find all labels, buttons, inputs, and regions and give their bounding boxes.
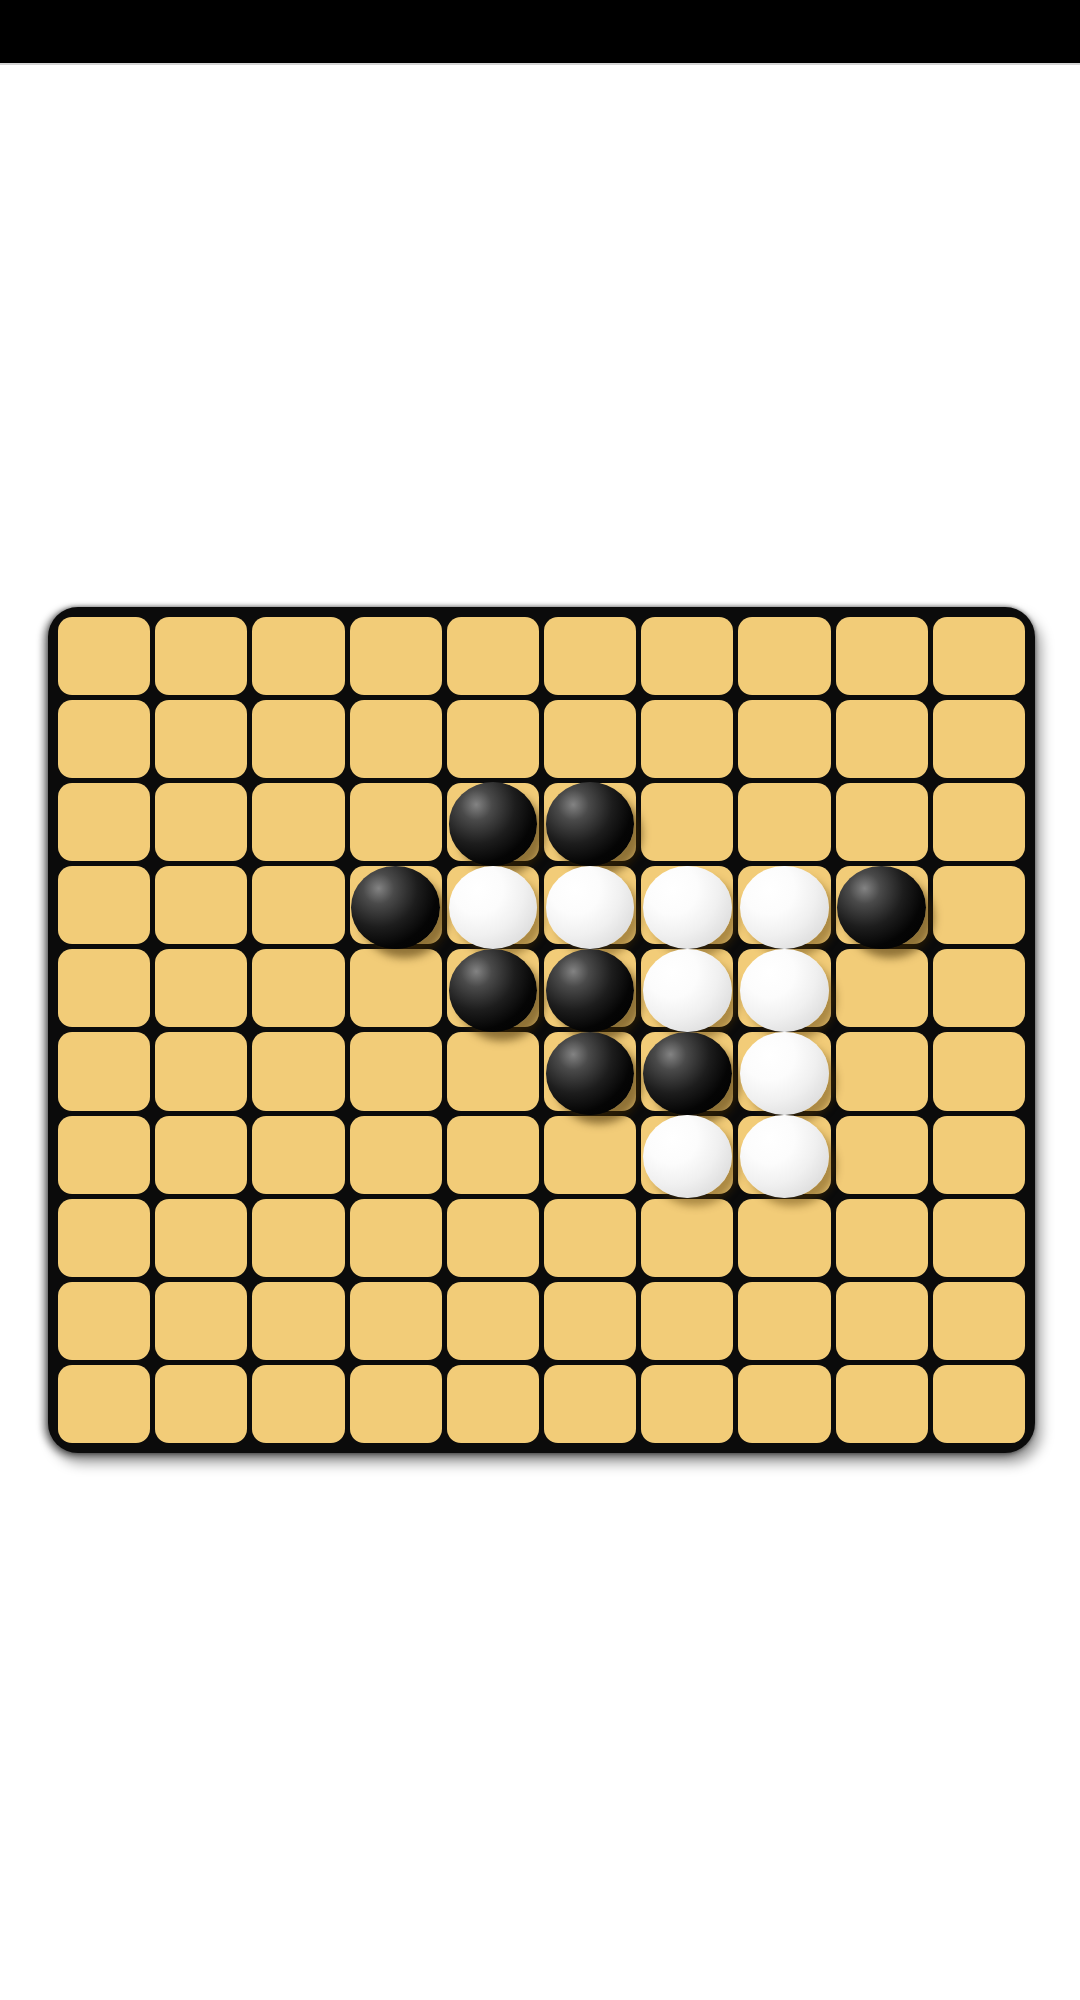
board-cell-c9[interactable] [252, 1282, 344, 1360]
board-cell-e7[interactable] [447, 1116, 539, 1194]
board-cell-c1[interactable] [252, 617, 344, 695]
board-cell-a3[interactable] [58, 783, 150, 861]
board-cell-e6[interactable] [447, 1032, 539, 1110]
status-bar [0, 0, 1080, 65]
board-cell-h1[interactable] [738, 617, 830, 695]
board-cell-c3[interactable] [252, 783, 344, 861]
board-cell-e8[interactable] [447, 1199, 539, 1277]
board-cell-a2[interactable] [58, 700, 150, 778]
white-disc-e4 [449, 866, 538, 950]
board-cell-d6[interactable] [350, 1032, 442, 1110]
board-cell-g6[interactable] [641, 1032, 733, 1110]
board-cell-d2[interactable] [350, 700, 442, 778]
white-disc-g5 [643, 949, 732, 1033]
board-cell-f9[interactable] [544, 1282, 636, 1360]
board-cell-d4[interactable] [350, 866, 442, 944]
board-cell-g7[interactable] [641, 1116, 733, 1194]
board-cell-i4[interactable] [836, 866, 928, 944]
white-disc-g7 [643, 1115, 732, 1199]
board-cell-b7[interactable] [155, 1116, 247, 1194]
board-cell-a5[interactable] [58, 949, 150, 1027]
board-cell-g3[interactable] [641, 783, 733, 861]
black-disc-e3 [449, 782, 538, 866]
board-cell-b2[interactable] [155, 700, 247, 778]
board-cell-f3[interactable] [544, 783, 636, 861]
board-cell-j2[interactable] [933, 700, 1025, 778]
board-cell-j4[interactable] [933, 866, 1025, 944]
board-cell-g1[interactable] [641, 617, 733, 695]
board-cell-f5[interactable] [544, 949, 636, 1027]
board-cell-i3[interactable] [836, 783, 928, 861]
board-cell-c8[interactable] [252, 1199, 344, 1277]
board-cell-i8[interactable] [836, 1199, 928, 1277]
board-cell-g10[interactable] [641, 1365, 733, 1443]
board-cell-j6[interactable] [933, 1032, 1025, 1110]
board-cell-f7[interactable] [544, 1116, 636, 1194]
board-cell-a6[interactable] [58, 1032, 150, 1110]
board-cell-a7[interactable] [58, 1116, 150, 1194]
board-cell-h5[interactable] [738, 949, 830, 1027]
board-cell-i6[interactable] [836, 1032, 928, 1110]
board-cell-i1[interactable] [836, 617, 928, 695]
board-cell-j9[interactable] [933, 1282, 1025, 1360]
board-cell-b8[interactable] [155, 1199, 247, 1277]
game-board [48, 607, 1035, 1453]
black-disc-e5 [449, 949, 538, 1033]
board-cell-g8[interactable] [641, 1199, 733, 1277]
board-cell-h2[interactable] [738, 700, 830, 778]
board-cell-h7[interactable] [738, 1116, 830, 1194]
board-cell-c5[interactable] [252, 949, 344, 1027]
board-cell-j7[interactable] [933, 1116, 1025, 1194]
board-cell-f6[interactable] [544, 1032, 636, 1110]
board-cell-e5[interactable] [447, 949, 539, 1027]
board-cell-j1[interactable] [933, 617, 1025, 695]
board-cell-d3[interactable] [350, 783, 442, 861]
board-cell-b6[interactable] [155, 1032, 247, 1110]
board-grid [58, 617, 1025, 1443]
black-disc-g6 [643, 1032, 732, 1116]
white-disc-h4 [740, 866, 829, 950]
board-cell-a10[interactable] [58, 1365, 150, 1443]
board-cell-i5[interactable] [836, 949, 928, 1027]
white-disc-h5 [740, 949, 829, 1033]
board-cell-g5[interactable] [641, 949, 733, 1027]
board-cell-f1[interactable] [544, 617, 636, 695]
board-cell-e9[interactable] [447, 1282, 539, 1360]
board-cell-f2[interactable] [544, 700, 636, 778]
board-cell-g9[interactable] [641, 1282, 733, 1360]
board-cell-e1[interactable] [447, 617, 539, 695]
board-cell-d8[interactable] [350, 1199, 442, 1277]
white-disc-h7 [740, 1115, 829, 1199]
black-disc-f6 [546, 1032, 635, 1116]
board-cell-f10[interactable] [544, 1365, 636, 1443]
board-cell-b4[interactable] [155, 866, 247, 944]
board-cell-a9[interactable] [58, 1282, 150, 1360]
white-disc-f4 [546, 866, 635, 950]
board-cell-g4[interactable] [641, 866, 733, 944]
board-cell-b9[interactable] [155, 1282, 247, 1360]
board-cell-b5[interactable] [155, 949, 247, 1027]
black-disc-d4 [351, 866, 440, 950]
board-cell-h6[interactable] [738, 1032, 830, 1110]
board-cell-c7[interactable] [252, 1116, 344, 1194]
board-cell-b10[interactable] [155, 1365, 247, 1443]
board-cell-e2[interactable] [447, 700, 539, 778]
board-cell-j8[interactable] [933, 1199, 1025, 1277]
board-cell-c4[interactable] [252, 866, 344, 944]
board-cell-a1[interactable] [58, 617, 150, 695]
board-cell-b1[interactable] [155, 617, 247, 695]
board-cell-d10[interactable] [350, 1365, 442, 1443]
white-disc-h6 [740, 1032, 829, 1116]
board-cell-d5[interactable] [350, 949, 442, 1027]
board-cell-j10[interactable] [933, 1365, 1025, 1443]
black-disc-f5 [546, 949, 635, 1033]
board-cell-g2[interactable] [641, 700, 733, 778]
board-cell-e4[interactable] [447, 866, 539, 944]
board-cell-d1[interactable] [350, 617, 442, 695]
board-cell-a8[interactable] [58, 1199, 150, 1277]
black-disc-f3 [546, 782, 635, 866]
board-cell-h4[interactable] [738, 866, 830, 944]
board-cell-i2[interactable] [836, 700, 928, 778]
board-cell-c2[interactable] [252, 700, 344, 778]
board-cell-h9[interactable] [738, 1282, 830, 1360]
board-cell-d7[interactable] [350, 1116, 442, 1194]
black-disc-i4 [837, 866, 926, 950]
board-cell-i10[interactable] [836, 1365, 928, 1443]
white-disc-g4 [643, 866, 732, 950]
board-cell-a4[interactable] [58, 866, 150, 944]
board-cell-j3[interactable] [933, 783, 1025, 861]
board-cell-e10[interactable] [447, 1365, 539, 1443]
board-cell-h10[interactable] [738, 1365, 830, 1443]
board-cell-c6[interactable] [252, 1032, 344, 1110]
board-cell-i9[interactable] [836, 1282, 928, 1360]
board-cell-c10[interactable] [252, 1365, 344, 1443]
board-cell-i7[interactable] [836, 1116, 928, 1194]
board-cell-d9[interactable] [350, 1282, 442, 1360]
board-cell-h3[interactable] [738, 783, 830, 861]
board-cell-f8[interactable] [544, 1199, 636, 1277]
board-cell-j5[interactable] [933, 949, 1025, 1027]
board-cell-f4[interactable] [544, 866, 636, 944]
board-cell-e3[interactable] [447, 783, 539, 861]
board-cell-h8[interactable] [738, 1199, 830, 1277]
board-cell-b3[interactable] [155, 783, 247, 861]
